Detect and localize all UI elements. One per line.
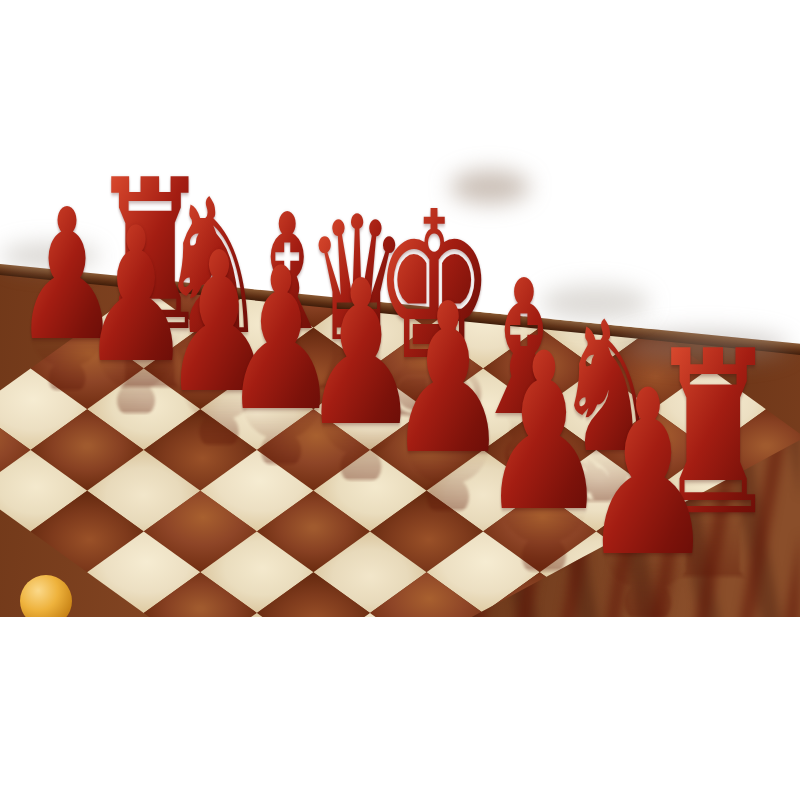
piece-red-pawn-8[interactable]: ♟ xyxy=(581,360,716,588)
photo-crop-white-margin xyxy=(0,617,800,800)
product-photo-scene: ♜♞♝♛♚♝♞♜♟♟♟♟♟♟♟♟ ♜♞♝♛♚♝♞♜♟♟♟♟♟♟♟♟ xyxy=(0,0,800,800)
